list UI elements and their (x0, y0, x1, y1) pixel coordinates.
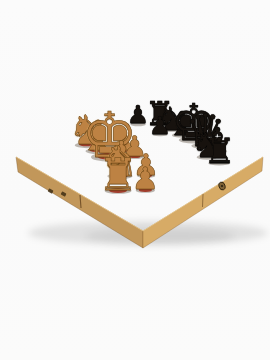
latch-pin (221, 185, 223, 187)
fold-seam-right (203, 194, 204, 207)
white-wood-rook-f1[interactable]: ♜ (98, 153, 138, 198)
black-rook-h7[interactable]: ♜ (204, 134, 235, 169)
chess-set-photo: ♟♜♞♟♝♚♞♛♝♟♝♚♟♞♜♟♟♞♟♜ (0, 0, 270, 360)
